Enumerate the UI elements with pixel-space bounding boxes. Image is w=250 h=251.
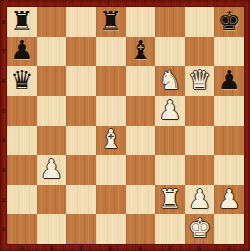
square-a4[interactable] [7, 126, 37, 156]
square-d3[interactable] [96, 155, 126, 185]
square-d6[interactable] [96, 66, 126, 96]
square-c6[interactable] [66, 66, 96, 96]
black-pawn-a7[interactable]: ♟ [10, 37, 33, 63]
square-g8[interactable] [185, 7, 215, 37]
square-e3[interactable] [126, 155, 156, 185]
white-pawn-g2[interactable]: ♟ [188, 186, 211, 212]
file-label-e: E [126, 244, 156, 251]
white-pawn-h2[interactable]: ♟ [218, 186, 241, 212]
square-a2[interactable] [7, 185, 37, 215]
square-b5[interactable] [37, 96, 67, 126]
white-rook-f2[interactable]: ♜ [158, 186, 181, 212]
rank-label-3: 3 [0, 155, 7, 185]
file-label-b: B [37, 244, 67, 251]
square-f2[interactable]: ♜ [155, 185, 185, 215]
square-e7[interactable]: ♝ [126, 37, 156, 67]
black-queen-a6[interactable]: ♛ [10, 67, 33, 93]
white-bishop-d4[interactable]: ♝ [99, 126, 122, 152]
square-e6[interactable] [126, 66, 156, 96]
square-d5[interactable] [96, 96, 126, 126]
square-a5[interactable] [7, 96, 37, 126]
rank-label-1: 1 [0, 214, 7, 244]
chess-app: 87654321 ♜♜♚♟♝♛♞♛♟♟♝♟♜♟♟♚ ABCDEFGH [0, 0, 250, 251]
square-c5[interactable] [66, 96, 96, 126]
square-h4[interactable] [214, 126, 244, 156]
square-g3[interactable] [185, 155, 215, 185]
file-label-c: C [66, 244, 96, 251]
square-g4[interactable] [185, 126, 215, 156]
square-b2[interactable] [37, 185, 67, 215]
square-b3[interactable]: ♟ [37, 155, 67, 185]
square-g6[interactable]: ♛ [185, 66, 215, 96]
square-g1[interactable]: ♚ [185, 214, 215, 244]
square-h2[interactable]: ♟ [214, 185, 244, 215]
square-a3[interactable] [7, 155, 37, 185]
file-label-f: F [155, 244, 185, 251]
square-a7[interactable]: ♟ [7, 37, 37, 67]
square-h7[interactable] [214, 37, 244, 67]
square-h3[interactable] [214, 155, 244, 185]
white-queen-g6[interactable]: ♛ [188, 67, 211, 93]
chess-board[interactable]: ♜♜♚♟♝♛♞♛♟♟♝♟♜♟♟♚ [7, 7, 244, 244]
square-d7[interactable] [96, 37, 126, 67]
square-e8[interactable] [126, 7, 156, 37]
square-e2[interactable] [126, 185, 156, 215]
file-label-a: A [7, 244, 37, 251]
white-pawn-b3[interactable]: ♟ [40, 156, 63, 182]
rank-label-2: 2 [0, 185, 7, 215]
square-e5[interactable] [126, 96, 156, 126]
square-h5[interactable] [214, 96, 244, 126]
square-f3[interactable] [155, 155, 185, 185]
square-b6[interactable] [37, 66, 67, 96]
black-rook-a8[interactable]: ♜ [10, 8, 33, 34]
black-pawn-h6[interactable]: ♟ [218, 67, 241, 93]
square-a8[interactable]: ♜ [7, 7, 37, 37]
white-king-g1[interactable]: ♚ [188, 215, 211, 241]
square-f7[interactable] [155, 37, 185, 67]
square-c8[interactable] [66, 7, 96, 37]
square-b8[interactable] [37, 7, 67, 37]
white-pawn-f5[interactable]: ♟ [158, 97, 181, 123]
square-h8[interactable]: ♚ [214, 7, 244, 37]
square-g5[interactable] [185, 96, 215, 126]
white-knight-f6[interactable]: ♞ [158, 67, 181, 93]
square-d2[interactable] [96, 185, 126, 215]
square-c4[interactable] [66, 126, 96, 156]
square-f4[interactable] [155, 126, 185, 156]
square-c1[interactable] [66, 214, 96, 244]
square-e1[interactable] [126, 214, 156, 244]
square-c2[interactable] [66, 185, 96, 215]
rank-label-8: 8 [0, 7, 7, 37]
square-f6[interactable]: ♞ [155, 66, 185, 96]
square-b1[interactable] [37, 214, 67, 244]
square-g7[interactable] [185, 37, 215, 67]
square-a1[interactable] [7, 214, 37, 244]
rank-label-6: 6 [0, 66, 7, 96]
square-d1[interactable] [96, 214, 126, 244]
file-label-d: D [96, 244, 126, 251]
square-b7[interactable] [37, 37, 67, 67]
black-king-h8[interactable]: ♚ [218, 8, 241, 34]
square-h1[interactable] [214, 214, 244, 244]
rank-labels: 87654321 [0, 7, 7, 244]
square-d4[interactable]: ♝ [96, 126, 126, 156]
square-h6[interactable]: ♟ [214, 66, 244, 96]
file-label-g: G [185, 244, 215, 251]
black-bishop-e7[interactable]: ♝ [129, 37, 152, 63]
square-c7[interactable] [66, 37, 96, 67]
square-g2[interactable]: ♟ [185, 185, 215, 215]
file-labels: ABCDEFGH [7, 244, 244, 251]
square-f1[interactable] [155, 214, 185, 244]
square-f8[interactable] [155, 7, 185, 37]
square-f5[interactable]: ♟ [155, 96, 185, 126]
rank-label-5: 5 [0, 96, 7, 126]
square-e4[interactable] [126, 126, 156, 156]
rank-label-7: 7 [0, 37, 7, 67]
square-d8[interactable]: ♜ [96, 7, 126, 37]
rank-label-4: 4 [0, 126, 7, 156]
square-a6[interactable]: ♛ [7, 66, 37, 96]
black-rook-d8[interactable]: ♜ [99, 8, 122, 34]
square-b4[interactable] [37, 126, 67, 156]
square-c3[interactable] [66, 155, 96, 185]
file-label-h: H [214, 244, 244, 251]
